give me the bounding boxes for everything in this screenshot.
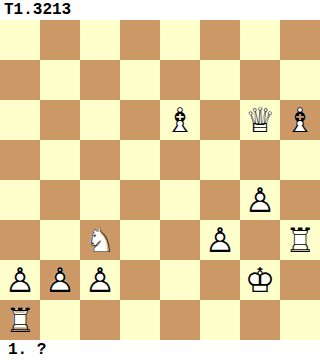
square-h7[interactable] bbox=[280, 60, 320, 100]
square-f6[interactable] bbox=[200, 100, 240, 140]
square-h1[interactable] bbox=[280, 300, 320, 340]
white-pawn-outline: ♙ bbox=[80, 260, 120, 300]
square-f7[interactable] bbox=[200, 60, 240, 100]
square-e6[interactable]: ♝♗ bbox=[160, 100, 200, 140]
square-a1[interactable]: ♜♖ bbox=[0, 300, 40, 340]
black-undefined[interactable] bbox=[40, 60, 80, 100]
black-undefined-fill bbox=[0, 60, 40, 100]
white-bishop[interactable]: ♝♗ bbox=[280, 100, 320, 140]
black-undefined[interactable] bbox=[280, 60, 320, 100]
square-f8[interactable] bbox=[200, 20, 240, 60]
black-undefined-fill bbox=[120, 100, 160, 140]
white-rook-outline: ♖ bbox=[280, 220, 320, 260]
square-f5[interactable] bbox=[200, 140, 240, 180]
black-undefined[interactable] bbox=[0, 20, 40, 60]
square-c4[interactable] bbox=[80, 180, 120, 220]
square-d2[interactable] bbox=[120, 260, 160, 300]
white-bishop-outline: ♗ bbox=[280, 100, 320, 140]
black-undefined-fill bbox=[0, 20, 40, 60]
square-e2[interactable] bbox=[160, 260, 200, 300]
square-g1[interactable] bbox=[240, 300, 280, 340]
square-f3[interactable]: ♟♙ bbox=[200, 220, 240, 260]
square-a5[interactable] bbox=[0, 140, 40, 180]
square-e3[interactable] bbox=[160, 220, 200, 260]
white-pawn-outline: ♙ bbox=[240, 180, 280, 220]
square-d8[interactable] bbox=[120, 20, 160, 60]
square-b5[interactable] bbox=[40, 140, 80, 180]
square-h8[interactable] bbox=[280, 20, 320, 60]
square-c5[interactable] bbox=[80, 140, 120, 180]
black-undefined-fill bbox=[40, 20, 80, 60]
white-pawn-outline: ♙ bbox=[0, 260, 40, 300]
square-f1[interactable] bbox=[200, 300, 240, 340]
square-h6[interactable]: ♝♗ bbox=[280, 100, 320, 140]
black-undefined[interactable] bbox=[0, 60, 40, 100]
white-pawn-outline: ♙ bbox=[40, 260, 80, 300]
square-a6[interactable] bbox=[0, 100, 40, 140]
square-b4[interactable] bbox=[40, 180, 80, 220]
move-prompt: 1. ? bbox=[0, 340, 320, 360]
square-g5[interactable] bbox=[240, 140, 280, 180]
square-f4[interactable] bbox=[200, 180, 240, 220]
square-a2[interactable]: ♟♙ bbox=[0, 260, 40, 300]
square-b8[interactable] bbox=[40, 20, 80, 60]
square-g4[interactable]: ♟♙ bbox=[240, 180, 280, 220]
square-e4[interactable] bbox=[160, 180, 200, 220]
square-d7[interactable] bbox=[120, 60, 160, 100]
square-b7[interactable] bbox=[40, 60, 80, 100]
white-queen[interactable]: ♛♕ bbox=[240, 100, 280, 140]
square-a7[interactable] bbox=[0, 60, 40, 100]
white-pawn[interactable]: ♟♙ bbox=[240, 180, 280, 220]
square-e5[interactable] bbox=[160, 140, 200, 180]
square-h3[interactable]: ♜♖ bbox=[280, 220, 320, 260]
square-d4[interactable] bbox=[120, 180, 160, 220]
square-g8[interactable] bbox=[240, 20, 280, 60]
white-rook-outline: ♖ bbox=[0, 300, 40, 340]
square-g2[interactable]: ♚♔ bbox=[240, 260, 280, 300]
square-a8[interactable] bbox=[0, 20, 40, 60]
white-pawn-outline: ♙ bbox=[200, 220, 240, 260]
square-g6[interactable]: ♛♕ bbox=[240, 100, 280, 140]
chess-board: ♝♗♛♕♝♗♟♙♞♘♟♙♜♖♟♙♟♙♟♙♚♔♜♖ bbox=[0, 20, 320, 340]
black-undefined[interactable] bbox=[80, 60, 120, 100]
square-e1[interactable] bbox=[160, 300, 200, 340]
square-h2[interactable] bbox=[280, 260, 320, 300]
square-b1[interactable] bbox=[40, 300, 80, 340]
black-undefined-fill bbox=[280, 20, 320, 60]
square-a4[interactable] bbox=[0, 180, 40, 220]
square-d3[interactable] bbox=[120, 220, 160, 260]
black-undefined-fill bbox=[80, 60, 120, 100]
square-b3[interactable] bbox=[40, 220, 80, 260]
white-knight[interactable]: ♞♘ bbox=[80, 220, 120, 260]
black-undefined[interactable] bbox=[200, 100, 240, 140]
square-g7[interactable] bbox=[240, 60, 280, 100]
square-c3[interactable]: ♞♘ bbox=[80, 220, 120, 260]
square-c6[interactable] bbox=[80, 100, 120, 140]
white-pawn[interactable]: ♟♙ bbox=[0, 260, 40, 300]
white-queen-outline: ♕ bbox=[240, 100, 280, 140]
puzzle-id-label: T1.3213 bbox=[0, 0, 320, 20]
white-pawn[interactable]: ♟♙ bbox=[80, 260, 120, 300]
white-rook[interactable]: ♜♖ bbox=[0, 300, 40, 340]
square-b2[interactable]: ♟♙ bbox=[40, 260, 80, 300]
square-h5[interactable] bbox=[280, 140, 320, 180]
square-a3[interactable] bbox=[0, 220, 40, 260]
square-g3[interactable] bbox=[240, 220, 280, 260]
square-f2[interactable] bbox=[200, 260, 240, 300]
white-king-outline: ♔ bbox=[240, 260, 280, 300]
square-b6[interactable] bbox=[40, 100, 80, 140]
white-rook[interactable]: ♜♖ bbox=[280, 220, 320, 260]
square-c1[interactable] bbox=[80, 300, 120, 340]
square-c8[interactable] bbox=[80, 20, 120, 60]
white-knight-outline: ♘ bbox=[80, 220, 120, 260]
black-undefined[interactable] bbox=[40, 20, 80, 60]
black-undefined-fill bbox=[40, 60, 80, 100]
white-pawn[interactable]: ♟♙ bbox=[200, 220, 240, 260]
white-pawn[interactable]: ♟♙ bbox=[40, 260, 80, 300]
square-d1[interactable] bbox=[120, 300, 160, 340]
white-bishop-outline: ♗ bbox=[160, 100, 200, 140]
square-h4[interactable] bbox=[280, 180, 320, 220]
square-e8[interactable] bbox=[160, 20, 200, 60]
square-d5[interactable] bbox=[120, 140, 160, 180]
white-king[interactable]: ♚♔ bbox=[240, 260, 280, 300]
square-c2[interactable]: ♟♙ bbox=[80, 260, 120, 300]
square-d6[interactable] bbox=[120, 100, 160, 140]
square-e7[interactable] bbox=[160, 60, 200, 100]
black-undefined-fill bbox=[280, 60, 320, 100]
white-bishop[interactable]: ♝♗ bbox=[160, 100, 200, 140]
chess-puzzle-window: T1.3213 ♝♗♛♕♝♗♟♙♞♘♟♙♜♖♟♙♟♙♟♙♚♔♜♖ 1. ? bbox=[0, 0, 320, 360]
black-undefined[interactable] bbox=[200, 20, 240, 60]
black-undefined-fill bbox=[200, 100, 240, 140]
black-undefined[interactable] bbox=[280, 20, 320, 60]
black-undefined[interactable] bbox=[120, 100, 160, 140]
black-undefined-fill bbox=[200, 20, 240, 60]
square-c7[interactable] bbox=[80, 60, 120, 100]
